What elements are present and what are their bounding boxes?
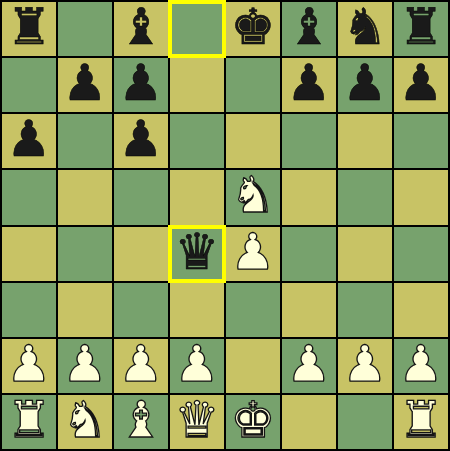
square-f5[interactable] xyxy=(282,170,336,224)
square-c7[interactable]: ♟ xyxy=(114,58,168,112)
square-a2[interactable]: ♟ xyxy=(2,339,56,393)
square-e3[interactable] xyxy=(226,283,280,337)
black-rook[interactable]: ♜ xyxy=(399,2,444,52)
square-h2[interactable]: ♟ xyxy=(394,339,448,393)
square-h5[interactable] xyxy=(394,170,448,224)
square-g6[interactable] xyxy=(338,114,392,168)
square-b6[interactable] xyxy=(58,114,112,168)
square-h8[interactable]: ♜ xyxy=(394,2,448,56)
square-c1[interactable]: ♝ xyxy=(114,395,168,449)
square-d5[interactable] xyxy=(170,170,224,224)
black-pawn[interactable]: ♟ xyxy=(119,114,164,164)
square-f6[interactable] xyxy=(282,114,336,168)
square-h4[interactable] xyxy=(394,227,448,281)
square-g1[interactable] xyxy=(338,395,392,449)
square-a1[interactable]: ♜ xyxy=(2,395,56,449)
square-g8[interactable]: ♞ xyxy=(338,2,392,56)
black-pawn[interactable]: ♟ xyxy=(343,58,388,108)
square-a7[interactable] xyxy=(2,58,56,112)
white-queen[interactable]: ♛ xyxy=(175,395,220,445)
square-d6[interactable] xyxy=(170,114,224,168)
square-b3[interactable] xyxy=(58,283,112,337)
square-g2[interactable]: ♟ xyxy=(338,339,392,393)
square-d7[interactable] xyxy=(170,58,224,112)
square-e1[interactable]: ♚ xyxy=(226,395,280,449)
white-rook[interactable]: ♜ xyxy=(399,395,444,445)
square-f8[interactable]: ♝ xyxy=(282,2,336,56)
square-c4[interactable] xyxy=(114,227,168,281)
square-b2[interactable]: ♟ xyxy=(58,339,112,393)
square-a4[interactable] xyxy=(2,227,56,281)
square-f7[interactable]: ♟ xyxy=(282,58,336,112)
square-e2[interactable] xyxy=(226,339,280,393)
square-g3[interactable] xyxy=(338,283,392,337)
square-h7[interactable]: ♟ xyxy=(394,58,448,112)
square-c5[interactable] xyxy=(114,170,168,224)
white-pawn[interactable]: ♟ xyxy=(63,339,108,389)
square-h6[interactable] xyxy=(394,114,448,168)
white-knight[interactable]: ♞ xyxy=(63,395,108,445)
black-bishop[interactable]: ♝ xyxy=(119,2,164,52)
black-king[interactable]: ♚ xyxy=(231,2,276,52)
square-b7[interactable]: ♟ xyxy=(58,58,112,112)
square-h3[interactable] xyxy=(394,283,448,337)
square-e4[interactable]: ♟ xyxy=(226,227,280,281)
square-f4[interactable] xyxy=(282,227,336,281)
black-rook[interactable]: ♜ xyxy=(7,2,52,52)
square-c2[interactable]: ♟ xyxy=(114,339,168,393)
square-d4[interactable]: ♛ xyxy=(170,227,224,281)
square-b8[interactable] xyxy=(58,2,112,56)
white-pawn[interactable]: ♟ xyxy=(343,339,388,389)
square-a8[interactable]: ♜ xyxy=(2,2,56,56)
square-d3[interactable] xyxy=(170,283,224,337)
black-pawn[interactable]: ♟ xyxy=(119,58,164,108)
square-a6[interactable]: ♟ xyxy=(2,114,56,168)
square-f1[interactable] xyxy=(282,395,336,449)
black-pawn[interactable]: ♟ xyxy=(63,58,108,108)
black-queen[interactable]: ♛ xyxy=(175,227,220,277)
square-f2[interactable]: ♟ xyxy=(282,339,336,393)
square-b4[interactable] xyxy=(58,227,112,281)
black-pawn[interactable]: ♟ xyxy=(7,114,52,164)
black-pawn[interactable]: ♟ xyxy=(287,58,332,108)
square-a3[interactable] xyxy=(2,283,56,337)
square-d8[interactable] xyxy=(170,2,224,56)
square-a5[interactable] xyxy=(2,170,56,224)
square-e7[interactable] xyxy=(226,58,280,112)
square-b5[interactable] xyxy=(58,170,112,224)
white-rook[interactable]: ♜ xyxy=(7,395,52,445)
square-g4[interactable] xyxy=(338,227,392,281)
square-b1[interactable]: ♞ xyxy=(58,395,112,449)
square-e8[interactable]: ♚ xyxy=(226,2,280,56)
black-knight[interactable]: ♞ xyxy=(343,2,388,52)
white-bishop[interactable]: ♝ xyxy=(119,395,164,445)
white-pawn[interactable]: ♟ xyxy=(7,339,52,389)
white-pawn[interactable]: ♟ xyxy=(287,339,332,389)
square-d1[interactable]: ♛ xyxy=(170,395,224,449)
square-d2[interactable]: ♟ xyxy=(170,339,224,393)
white-pawn[interactable]: ♟ xyxy=(399,339,444,389)
square-h1[interactable]: ♜ xyxy=(394,395,448,449)
black-bishop[interactable]: ♝ xyxy=(287,2,332,52)
white-pawn[interactable]: ♟ xyxy=(175,339,220,389)
square-c8[interactable]: ♝ xyxy=(114,2,168,56)
chess-board: ♜♝♚♝♞♜♟♟♟♟♟♟♟♞♛♟♟♟♟♟♟♟♟♜♞♝♛♚♜ xyxy=(0,0,450,451)
white-pawn[interactable]: ♟ xyxy=(231,227,276,277)
white-pawn[interactable]: ♟ xyxy=(119,339,164,389)
square-c3[interactable] xyxy=(114,283,168,337)
white-knight[interactable]: ♞ xyxy=(231,170,276,220)
square-g5[interactable] xyxy=(338,170,392,224)
white-king[interactable]: ♚ xyxy=(231,395,276,445)
square-c6[interactable]: ♟ xyxy=(114,114,168,168)
square-e5[interactable]: ♞ xyxy=(226,170,280,224)
square-e6[interactable] xyxy=(226,114,280,168)
square-f3[interactable] xyxy=(282,283,336,337)
black-pawn[interactable]: ♟ xyxy=(399,58,444,108)
square-g7[interactable]: ♟ xyxy=(338,58,392,112)
